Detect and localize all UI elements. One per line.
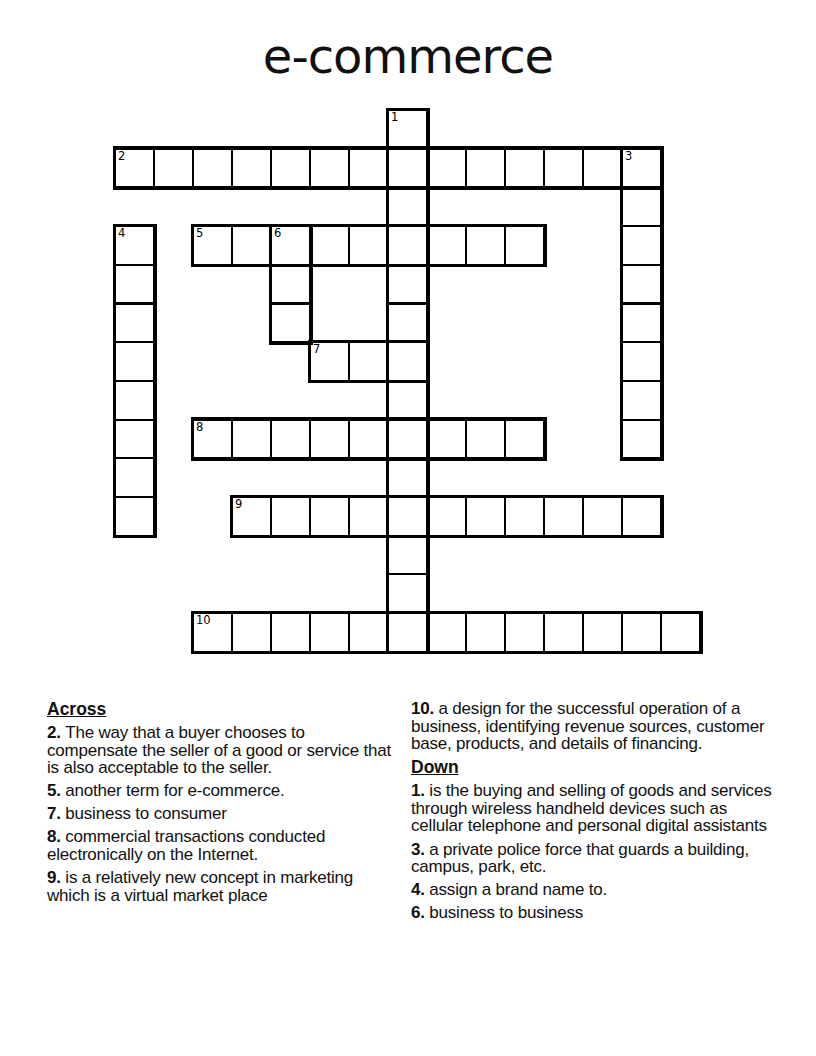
grid-cell-r3c2[interactable]: 5 xyxy=(192,225,233,266)
grid-cell-r3c3[interactable] xyxy=(231,225,272,266)
grid-cell-r1c6[interactable] xyxy=(348,148,389,189)
grid-cell-r8c9[interactable] xyxy=(465,419,506,460)
grid-cell-r10c8[interactable] xyxy=(426,496,467,537)
grid-cell-r13c8[interactable] xyxy=(426,612,467,653)
clue-6-down: 6. business to business xyxy=(411,904,773,922)
grid-cell-r13c6[interactable] xyxy=(348,612,389,653)
grid-cell-r10c7[interactable] xyxy=(387,496,428,537)
grid-cell-r8c0[interactable] xyxy=(114,419,155,460)
grid-cell-r10c5[interactable] xyxy=(309,496,350,537)
grid-cell-r1c4[interactable] xyxy=(270,148,311,189)
clue-9-number: 9. xyxy=(47,868,65,887)
clue-8-across: 8. commercial transactions conducted ele… xyxy=(47,828,397,863)
clue-4-number: 4. xyxy=(411,880,429,899)
grid-cell-r12c7[interactable] xyxy=(387,573,428,614)
grid-cell-r10c9[interactable] xyxy=(465,496,506,537)
clue-number-10: 10 xyxy=(196,614,211,627)
clue-number-6: 6 xyxy=(274,227,281,240)
clue-number-8: 8 xyxy=(196,421,203,434)
grid-cell-r4c7[interactable] xyxy=(387,264,428,305)
grid-cell-r8c7[interactable] xyxy=(387,419,428,460)
clue-8-number: 8. xyxy=(47,827,65,846)
clue-number-2: 2 xyxy=(118,150,125,163)
grid-cell-r8c8[interactable] xyxy=(426,419,467,460)
clue-10-number: 10. xyxy=(411,699,439,718)
grid-cell-r5c4[interactable] xyxy=(270,303,311,344)
grid-cell-r10c10[interactable] xyxy=(504,496,545,537)
clue-number-7: 7 xyxy=(313,343,320,356)
grid-cell-r10c11[interactable] xyxy=(543,496,584,537)
grid-cell-r13c7[interactable] xyxy=(387,612,428,653)
grid-cell-r3c4[interactable]: 6 xyxy=(270,225,311,266)
grid-cell-r1c11[interactable] xyxy=(543,148,584,189)
grid-cell-r2c7[interactable] xyxy=(387,186,428,227)
grid-cell-r2c13[interactable] xyxy=(621,186,662,227)
clue-6-number: 6. xyxy=(411,903,429,922)
grid-cell-r7c13[interactable] xyxy=(621,380,662,421)
grid-cell-r10c13[interactable] xyxy=(621,496,662,537)
grid-cell-r13c3[interactable] xyxy=(231,612,272,653)
clue-7-number: 7. xyxy=(47,804,65,823)
grid-cell-r1c9[interactable] xyxy=(465,148,506,189)
grid-cell-r13c11[interactable] xyxy=(543,612,584,653)
down-clues-list: 1. is the buying and selling of goods an… xyxy=(411,782,773,922)
grid-cell-r9c7[interactable] xyxy=(387,457,428,498)
grid-cell-r5c13[interactable] xyxy=(621,303,662,344)
grid-cell-r13c10[interactable] xyxy=(504,612,545,653)
clue-5-across: 5. another term for e-commerce. xyxy=(47,782,397,800)
crossword-grid: 12345678910 xyxy=(0,0,816,700)
clue-7-across: 7. business to consumer xyxy=(47,805,397,823)
clue-2-across: 2. The way that a buyer chooses to compe… xyxy=(47,724,397,777)
clue-10-across: 10. a design for the successful operatio… xyxy=(411,700,773,753)
grid-cell-r13c4[interactable] xyxy=(270,612,311,653)
clues-column-left: Across 2. The way that a buyer chooses t… xyxy=(47,700,397,910)
grid-cell-r1c1[interactable] xyxy=(153,148,194,189)
grid-cell-r1c0[interactable]: 2 xyxy=(114,148,155,189)
grid-cell-r7c7[interactable] xyxy=(387,380,428,421)
grid-cell-r6c7[interactable] xyxy=(387,341,428,382)
grid-cell-r13c14[interactable] xyxy=(660,612,701,653)
clues-column-right: 10. a design for the successful operatio… xyxy=(411,700,773,927)
across-heading: Across xyxy=(47,700,397,719)
grid-cell-r10c0[interactable] xyxy=(114,496,155,537)
grid-cell-r3c0[interactable]: 4 xyxy=(114,225,155,266)
grid-cell-r0c7[interactable]: 1 xyxy=(387,109,428,150)
grid-cell-r1c8[interactable] xyxy=(426,148,467,189)
grid-cell-r1c10[interactable] xyxy=(504,148,545,189)
grid-cell-r1c5[interactable] xyxy=(309,148,350,189)
clue-2-number: 2. xyxy=(47,723,65,742)
clue-number-3: 3 xyxy=(625,150,632,163)
grid-cell-r8c10[interactable] xyxy=(504,419,545,460)
clue-5-number: 5. xyxy=(47,781,65,800)
clue-9-across: 9. is a relatively new concept in market… xyxy=(47,869,397,904)
grid-cell-r9c0[interactable] xyxy=(114,457,155,498)
grid-cell-r1c3[interactable] xyxy=(231,148,272,189)
grid-cell-r6c0[interactable] xyxy=(114,341,155,382)
grid-cell-r5c7[interactable] xyxy=(387,303,428,344)
grid-cell-r6c6[interactable] xyxy=(348,341,389,382)
grid-cell-r1c12[interactable] xyxy=(582,148,623,189)
clue-number-9: 9 xyxy=(235,498,242,511)
across-clues-list: 2. The way that a buyer chooses to compe… xyxy=(47,724,397,904)
grid-cell-r3c10[interactable] xyxy=(504,225,545,266)
grid-cell-r8c3[interactable] xyxy=(231,419,272,460)
grid-cell-r5c0[interactable] xyxy=(114,303,155,344)
grid-cell-r10c3[interactable]: 9 xyxy=(231,496,272,537)
grid-cell-r8c5[interactable] xyxy=(309,419,350,460)
grid-cell-r1c13[interactable]: 3 xyxy=(621,148,662,189)
clue-3-down: 3. a private police force that guards a … xyxy=(411,841,773,876)
grid-cell-r3c9[interactable] xyxy=(465,225,506,266)
crossword-page: e-commerce 12345678910 Across 2. The way… xyxy=(0,0,816,1056)
grid-cell-r6c5[interactable]: 7 xyxy=(309,341,350,382)
grid-cell-r8c2[interactable]: 8 xyxy=(192,419,233,460)
clue-number-5: 5 xyxy=(196,227,203,240)
down-heading: Down xyxy=(411,758,773,777)
clue-1-down: 1. is the buying and selling of goods an… xyxy=(411,782,773,835)
grid-cell-r8c13[interactable] xyxy=(621,419,662,460)
grid-cell-r8c4[interactable] xyxy=(270,419,311,460)
grid-cell-r11c7[interactable] xyxy=(387,535,428,576)
grid-cell-r13c13[interactable] xyxy=(621,612,662,653)
grid-cell-r4c0[interactable] xyxy=(114,264,155,305)
grid-cell-r3c6[interactable] xyxy=(348,225,389,266)
grid-cell-r3c7[interactable] xyxy=(387,225,428,266)
grid-cell-r10c12[interactable] xyxy=(582,496,623,537)
across-clues-continued: 10. a design for the successful operatio… xyxy=(411,700,773,753)
grid-cell-r6c13[interactable] xyxy=(621,341,662,382)
grid-cell-r13c12[interactable] xyxy=(582,612,623,653)
grid-cell-r4c4[interactable] xyxy=(270,264,311,305)
clue-4-down: 4. assign a brand name to. xyxy=(411,881,773,899)
grid-cell-r7c0[interactable] xyxy=(114,380,155,421)
clue-3-number: 3. xyxy=(411,840,429,859)
grid-cell-r1c7[interactable] xyxy=(387,148,428,189)
grid-cell-r10c4[interactable] xyxy=(270,496,311,537)
grid-cell-r10c6[interactable] xyxy=(348,496,389,537)
grid-cell-r4c13[interactable] xyxy=(621,264,662,305)
grid-cell-r3c13[interactable] xyxy=(621,225,662,266)
clue-number-4: 4 xyxy=(118,227,125,240)
grid-cell-r3c8[interactable] xyxy=(426,225,467,266)
grid-cell-r13c2[interactable]: 10 xyxy=(192,612,233,653)
grid-cell-r1c2[interactable] xyxy=(192,148,233,189)
grid-cell-r13c5[interactable] xyxy=(309,612,350,653)
grid-cell-r3c5[interactable] xyxy=(309,225,350,266)
clue-1-number: 1. xyxy=(411,781,429,800)
grid-cell-r8c6[interactable] xyxy=(348,419,389,460)
grid-cell-r13c9[interactable] xyxy=(465,612,506,653)
clue-number-1: 1 xyxy=(391,111,398,124)
